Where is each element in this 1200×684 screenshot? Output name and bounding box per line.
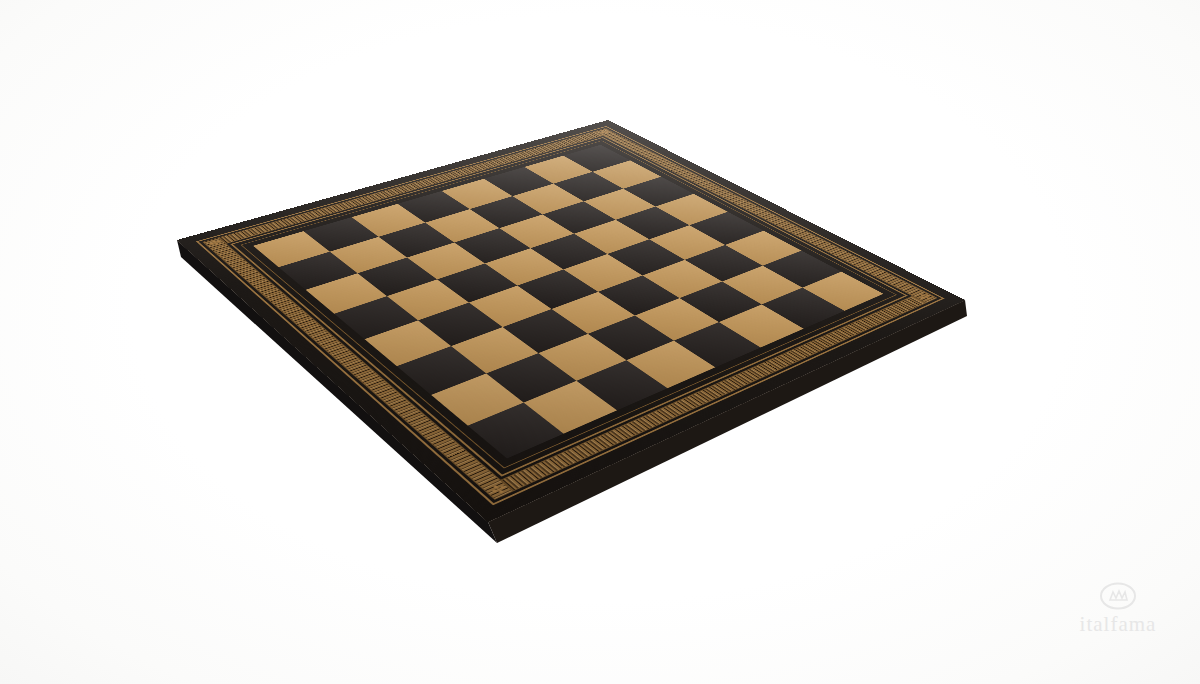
italfama-logo-icon	[1096, 580, 1140, 612]
italfama-watermark: italfama	[1066, 580, 1170, 635]
photo-background: ✣ ✣ ✣ ✣ italfama	[0, 0, 1200, 684]
watermark-text: italfama	[1066, 613, 1170, 635]
